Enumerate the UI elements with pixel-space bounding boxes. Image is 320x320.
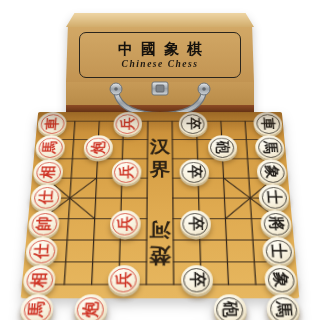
board-intersection: 兵	[107, 265, 139, 294]
board-intersection: 馬	[35, 135, 66, 159]
piece-character: 帥	[35, 217, 52, 231]
piece-character: 兵	[115, 272, 132, 288]
piece-black-elephant[interactable]: 象	[256, 159, 287, 184]
piece-black-soldier[interactable]: 卒	[179, 159, 209, 184]
piece-black-elephant[interactable]: 象	[264, 265, 298, 294]
piece-character: 車	[44, 117, 60, 129]
board-intersection: 帥	[27, 210, 60, 237]
piece-black-general[interactable]: 將	[260, 210, 293, 237]
board-intersection: 車	[253, 112, 283, 135]
piece-character: 象	[263, 165, 280, 178]
piece-black-cannon[interactable]: 砲	[207, 135, 237, 159]
piece-character: 兵	[118, 165, 134, 178]
piece-black-advisor[interactable]: 士	[258, 184, 290, 210]
board-intersection: 相	[32, 159, 63, 184]
piece-red-soldier[interactable]: 兵	[111, 159, 141, 184]
piece-character: 卒	[187, 217, 204, 231]
board-intersection: 卒	[180, 265, 212, 294]
board-intersection: 象	[264, 265, 298, 294]
box-lid-top-edge	[66, 13, 254, 27]
board-intersection: 馬	[254, 135, 285, 159]
piece-black-cannon[interactable]: 砲	[213, 294, 247, 320]
piece-red-cannon[interactable]: 炮	[73, 294, 107, 320]
piece-red-general[interactable]: 帥	[27, 210, 60, 237]
piece-character: 馬	[28, 301, 47, 317]
board-intersection: 砲	[207, 135, 237, 159]
piece-character: 炮	[81, 301, 99, 317]
box-title-english: Chinese Chess	[122, 59, 199, 69]
piece-character: 兵	[120, 117, 135, 129]
piece-red-horse[interactable]: 馬	[35, 135, 66, 159]
piece-character: 卒	[185, 117, 200, 129]
piece-red-cannon[interactable]: 炮	[83, 135, 113, 159]
piece-black-soldier[interactable]: 卒	[180, 210, 211, 237]
piece-red-elephant[interactable]: 相	[32, 159, 63, 184]
piece-character: 砲	[214, 141, 230, 154]
piece-red-chariot[interactable]: 車	[37, 112, 67, 135]
board-intersection: 士	[262, 237, 295, 265]
piece-character: 馬	[42, 141, 58, 154]
storage-box: 中國象棋 Chinese Chess	[66, 13, 254, 114]
pieces-grid: 車兵卒車馬炮砲馬相兵卒象仕士帥兵卒將仕士相兵卒象馬炮砲馬車兵卒車	[22, 112, 298, 296]
board-intersection: 砲	[213, 294, 247, 320]
piece-red-advisor[interactable]: 仕	[30, 184, 62, 210]
piece-character: 卒	[186, 165, 202, 178]
piece-character: 兵	[117, 217, 134, 231]
product-photo-scene: 中國象棋 Chinese Chess	[0, 0, 320, 320]
piece-red-soldier[interactable]: 兵	[113, 112, 142, 135]
board-intersection: 馬	[19, 294, 54, 320]
board-intersection: 將	[260, 210, 293, 237]
piece-black-horse[interactable]: 馬	[254, 135, 285, 159]
piece-character: 仕	[38, 190, 55, 204]
box-latch-icon	[152, 82, 168, 95]
board-intersection: 馬	[266, 294, 301, 320]
board-intersection: 炮	[73, 294, 107, 320]
board-intersection: 兵	[113, 112, 142, 135]
piece-black-advisor[interactable]: 士	[262, 237, 295, 265]
piece-character: 相	[30, 272, 48, 288]
piece-character: 卒	[188, 272, 205, 288]
board-intersection: 兵	[111, 159, 141, 184]
xiangqi-board: 汉 界 河 楚 車兵卒車馬炮砲馬相兵卒象仕士帥兵卒將仕士相兵卒象馬炮砲馬車兵卒車	[21, 112, 300, 298]
box-title-chinese: 中國象棋	[110, 41, 210, 58]
piece-red-soldier[interactable]: 兵	[109, 210, 140, 237]
piece-black-horse[interactable]: 馬	[266, 294, 301, 320]
piece-red-advisor[interactable]: 仕	[25, 237, 58, 265]
piece-character: 士	[265, 190, 282, 204]
piece-character: 將	[267, 217, 284, 231]
piece-character: 炮	[90, 141, 106, 154]
piece-character: 相	[40, 165, 57, 178]
board-intersection: 兵	[109, 210, 140, 237]
box-lid-front: 中國象棋 Chinese Chess	[66, 27, 254, 82]
piece-black-soldier[interactable]: 卒	[180, 265, 212, 294]
box-engraved-frame: 中國象棋 Chinese Chess	[79, 32, 241, 78]
board-intersection: 士	[258, 184, 290, 210]
piece-red-horse[interactable]: 馬	[19, 294, 54, 320]
piece-character: 車	[260, 117, 276, 129]
board-intersection: 仕	[30, 184, 62, 210]
piece-character: 砲	[221, 301, 239, 317]
board-intersection: 卒	[180, 210, 211, 237]
piece-character: 象	[272, 272, 290, 288]
piece-character: 士	[269, 244, 287, 259]
board-intersection: 相	[22, 265, 56, 294]
piece-black-soldier[interactable]: 卒	[178, 112, 207, 135]
board-intersection: 仕	[25, 237, 58, 265]
piece-character: 馬	[274, 301, 293, 317]
board-intersection: 象	[256, 159, 287, 184]
piece-red-soldier[interactable]: 兵	[107, 265, 139, 294]
piece-black-chariot[interactable]: 車	[253, 112, 283, 135]
board-intersection: 炮	[83, 135, 113, 159]
board-intersection: 車	[37, 112, 67, 135]
board-intersection: 卒	[178, 112, 207, 135]
piece-red-elephant[interactable]: 相	[22, 265, 56, 294]
piece-character: 仕	[33, 244, 51, 259]
board-intersection: 卒	[179, 159, 209, 184]
piece-character: 馬	[262, 141, 278, 154]
